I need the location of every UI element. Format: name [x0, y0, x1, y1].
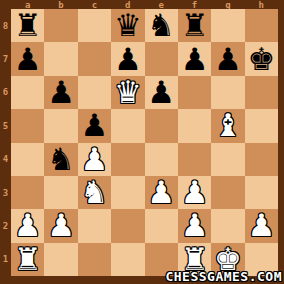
square-h2: ♟ — [245, 209, 278, 242]
square-h6 — [245, 76, 278, 109]
square-c4: ♟ — [78, 143, 111, 176]
square-c7 — [78, 42, 111, 75]
square-c1 — [78, 243, 111, 276]
black-pawn: ♟ — [114, 43, 142, 76]
square-g6 — [211, 76, 244, 109]
black-rook: ♜ — [14, 9, 42, 42]
square-f8: ♜ — [178, 9, 211, 42]
black-knight: ♞ — [147, 9, 175, 42]
square-b5 — [44, 109, 77, 142]
square-f2: ♟ — [178, 209, 211, 242]
square-a6 — [11, 76, 44, 109]
watermark-text: CHESSGAMES.COM — [165, 270, 282, 284]
square-a2: ♟ — [11, 209, 44, 242]
black-king: ♚ — [247, 43, 275, 76]
board: ♜♛♞♜♟♟♟♟♚♟♛♟♟♝♞♟♞♟♟♟♟♟♟♜♜♚ — [11, 9, 278, 276]
white-queen: ♛ — [114, 76, 142, 109]
rank-label-3: 3 — [0, 176, 11, 209]
rank-label-5: 5 — [0, 109, 11, 142]
square-d5 — [111, 109, 144, 142]
black-pawn: ♟ — [214, 43, 242, 76]
square-b6: ♟ — [44, 76, 77, 109]
file-labels: abcdefgh — [11, 0, 278, 9]
square-g3 — [211, 176, 244, 209]
white-pawn: ♟ — [147, 176, 175, 209]
rank-label-6: 6 — [0, 76, 11, 109]
rank-label-8: 8 — [0, 9, 11, 42]
black-pawn: ♟ — [47, 76, 75, 109]
square-f5 — [178, 109, 211, 142]
square-e5 — [145, 109, 178, 142]
white-pawn: ♟ — [81, 143, 109, 176]
square-b4: ♞ — [44, 143, 77, 176]
rank-label-1: 1 — [0, 243, 11, 276]
square-c5: ♟ — [78, 109, 111, 142]
square-e2 — [145, 209, 178, 242]
square-g5: ♝ — [211, 109, 244, 142]
square-a1: ♜ — [11, 243, 44, 276]
square-a7: ♟ — [11, 42, 44, 75]
square-f3: ♟ — [178, 176, 211, 209]
square-h3 — [245, 176, 278, 209]
black-pawn: ♟ — [181, 43, 209, 76]
square-a3 — [11, 176, 44, 209]
square-b8 — [44, 9, 77, 42]
black-pawn: ♟ — [147, 76, 175, 109]
white-pawn: ♟ — [181, 209, 209, 242]
rank-label-7: 7 — [0, 42, 11, 75]
square-d6: ♛ — [111, 76, 144, 109]
white-bishop: ♝ — [214, 109, 242, 142]
white-pawn: ♟ — [47, 209, 75, 242]
square-h4 — [245, 143, 278, 176]
square-d8: ♛ — [111, 9, 144, 42]
square-c8 — [78, 9, 111, 42]
square-b2: ♟ — [44, 209, 77, 242]
black-pawn: ♟ — [81, 109, 109, 142]
square-d7: ♟ — [111, 42, 144, 75]
square-e7 — [145, 42, 178, 75]
square-g8 — [211, 9, 244, 42]
square-f7: ♟ — [178, 42, 211, 75]
chess-diagram: abcdefgh 87654321 ♜♛♞♜♟♟♟♟♚♟♛♟♟♝♞♟♞♟♟♟♟♟… — [0, 0, 284, 284]
square-c6 — [78, 76, 111, 109]
square-c3: ♞ — [78, 176, 111, 209]
black-knight: ♞ — [47, 143, 75, 176]
black-pawn: ♟ — [14, 43, 42, 76]
square-b1 — [44, 243, 77, 276]
square-f6 — [178, 76, 211, 109]
square-c2 — [78, 209, 111, 242]
square-g7: ♟ — [211, 42, 244, 75]
rank-labels: 87654321 — [0, 9, 11, 276]
white-knight: ♞ — [81, 176, 109, 209]
black-queen: ♛ — [114, 9, 142, 42]
square-d4 — [111, 143, 144, 176]
square-h8 — [245, 9, 278, 42]
square-d2 — [111, 209, 144, 242]
white-rook: ♜ — [14, 243, 42, 276]
square-b3 — [44, 176, 77, 209]
square-e6: ♟ — [145, 76, 178, 109]
rank-label-4: 4 — [0, 143, 11, 176]
square-d3 — [111, 176, 144, 209]
square-h5 — [245, 109, 278, 142]
square-g2 — [211, 209, 244, 242]
square-d1 — [111, 243, 144, 276]
square-g4 — [211, 143, 244, 176]
square-a8: ♜ — [11, 9, 44, 42]
white-pawn: ♟ — [14, 209, 42, 242]
black-rook: ♜ — [181, 9, 209, 42]
square-e4 — [145, 143, 178, 176]
white-pawn: ♟ — [247, 209, 275, 242]
square-e3: ♟ — [145, 176, 178, 209]
square-a4 — [11, 143, 44, 176]
square-h7: ♚ — [245, 42, 278, 75]
square-b7 — [44, 42, 77, 75]
square-f4 — [178, 143, 211, 176]
square-a5 — [11, 109, 44, 142]
white-pawn: ♟ — [181, 176, 209, 209]
rank-label-2: 2 — [0, 209, 11, 242]
square-e8: ♞ — [145, 9, 178, 42]
